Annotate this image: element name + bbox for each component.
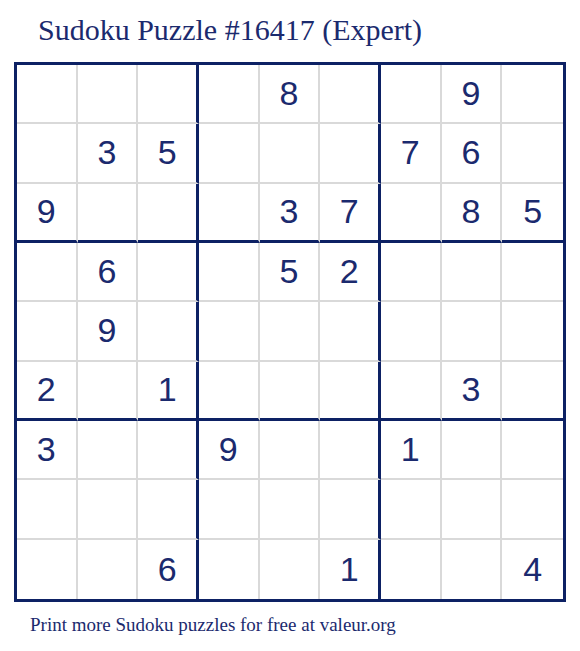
sudoku-cell-r6c9[interactable] — [502, 362, 563, 421]
sudoku-cell-r6c7[interactable] — [381, 362, 442, 421]
sudoku-cell-r9c5[interactable] — [260, 540, 321, 599]
sudoku-cell-r1c7[interactable] — [381, 65, 442, 124]
sudoku-cell-r5c6[interactable] — [320, 302, 381, 361]
sudoku-cell-r2c3[interactable]: 5 — [138, 124, 199, 183]
sudoku-cell-r8c6[interactable] — [320, 480, 381, 539]
sudoku-cell-r3c4[interactable] — [199, 184, 260, 243]
sudoku-cell-r4c4[interactable] — [199, 243, 260, 302]
sudoku-grid: 893576937856529213391614 — [14, 62, 566, 602]
sudoku-cell-r3c5[interactable]: 3 — [260, 184, 321, 243]
sudoku-cell-r6c4[interactable] — [199, 362, 260, 421]
sudoku-cell-r5c8[interactable] — [442, 302, 503, 361]
sudoku-cell-r6c1[interactable]: 2 — [17, 362, 78, 421]
sudoku-cell-r9c9[interactable]: 4 — [502, 540, 563, 599]
sudoku-cell-r8c5[interactable] — [260, 480, 321, 539]
sudoku-cell-r3c9[interactable]: 5 — [502, 184, 563, 243]
sudoku-cell-r1c4[interactable] — [199, 65, 260, 124]
sudoku-cell-r4c2[interactable]: 6 — [78, 243, 139, 302]
sudoku-cell-r5c5[interactable] — [260, 302, 321, 361]
sudoku-cell-r1c8[interactable]: 9 — [442, 65, 503, 124]
footer-text: Print more Sudoku puzzles for free at va… — [30, 614, 396, 636]
sudoku-cell-r9c7[interactable] — [381, 540, 442, 599]
sudoku-cell-r2c4[interactable] — [199, 124, 260, 183]
sudoku-page: Sudoku Puzzle #16417 (Expert) 8935769378… — [0, 0, 580, 651]
sudoku-cell-r8c8[interactable] — [442, 480, 503, 539]
sudoku-cell-r3c6[interactable]: 7 — [320, 184, 381, 243]
sudoku-cell-r6c3[interactable]: 1 — [138, 362, 199, 421]
sudoku-cell-r4c5[interactable]: 5 — [260, 243, 321, 302]
sudoku-cell-r4c7[interactable] — [381, 243, 442, 302]
sudoku-cell-r7c6[interactable] — [320, 421, 381, 480]
sudoku-cell-r1c2[interactable] — [78, 65, 139, 124]
sudoku-cell-r5c7[interactable] — [381, 302, 442, 361]
sudoku-cell-r9c6[interactable]: 1 — [320, 540, 381, 599]
sudoku-cell-r1c1[interactable] — [17, 65, 78, 124]
sudoku-cell-r2c9[interactable] — [502, 124, 563, 183]
sudoku-cell-r9c3[interactable]: 6 — [138, 540, 199, 599]
sudoku-cell-r8c4[interactable] — [199, 480, 260, 539]
sudoku-cell-r6c6[interactable] — [320, 362, 381, 421]
sudoku-cell-r3c2[interactable] — [78, 184, 139, 243]
sudoku-cell-r7c3[interactable] — [138, 421, 199, 480]
sudoku-cell-r8c7[interactable] — [381, 480, 442, 539]
page-title: Sudoku Puzzle #16417 (Expert) — [38, 13, 422, 47]
sudoku-cell-r4c9[interactable] — [502, 243, 563, 302]
sudoku-cell-r5c4[interactable] — [199, 302, 260, 361]
sudoku-cell-r2c1[interactable] — [17, 124, 78, 183]
sudoku-cell-r8c1[interactable] — [17, 480, 78, 539]
sudoku-cell-r5c2[interactable]: 9 — [78, 302, 139, 361]
sudoku-cell-r1c5[interactable]: 8 — [260, 65, 321, 124]
sudoku-cell-r7c2[interactable] — [78, 421, 139, 480]
sudoku-cell-r1c9[interactable] — [502, 65, 563, 124]
sudoku-cell-r1c6[interactable] — [320, 65, 381, 124]
sudoku-cell-r8c3[interactable] — [138, 480, 199, 539]
sudoku-cell-r7c9[interactable] — [502, 421, 563, 480]
sudoku-cell-r2c7[interactable]: 7 — [381, 124, 442, 183]
sudoku-cell-r6c2[interactable] — [78, 362, 139, 421]
sudoku-cell-r6c5[interactable] — [260, 362, 321, 421]
sudoku-cell-r4c6[interactable]: 2 — [320, 243, 381, 302]
sudoku-cell-r3c8[interactable]: 8 — [442, 184, 503, 243]
sudoku-cell-r2c6[interactable] — [320, 124, 381, 183]
sudoku-cell-r7c7[interactable]: 1 — [381, 421, 442, 480]
sudoku-cell-r9c1[interactable] — [17, 540, 78, 599]
sudoku-cell-r4c3[interactable] — [138, 243, 199, 302]
sudoku-cell-r5c3[interactable] — [138, 302, 199, 361]
sudoku-cell-r2c2[interactable]: 3 — [78, 124, 139, 183]
sudoku-cell-r7c8[interactable] — [442, 421, 503, 480]
sudoku-cell-r6c8[interactable]: 3 — [442, 362, 503, 421]
sudoku-cell-r3c1[interactable]: 9 — [17, 184, 78, 243]
sudoku-cell-r2c5[interactable] — [260, 124, 321, 183]
sudoku-cell-r9c2[interactable] — [78, 540, 139, 599]
sudoku-cell-r4c1[interactable] — [17, 243, 78, 302]
sudoku-cell-r9c4[interactable] — [199, 540, 260, 599]
sudoku-cell-r3c7[interactable] — [381, 184, 442, 243]
sudoku-cell-r8c9[interactable] — [502, 480, 563, 539]
sudoku-cell-r7c4[interactable]: 9 — [199, 421, 260, 480]
sudoku-cell-r7c5[interactable] — [260, 421, 321, 480]
sudoku-cell-r7c1[interactable]: 3 — [17, 421, 78, 480]
sudoku-cell-r1c3[interactable] — [138, 65, 199, 124]
sudoku-cell-r8c2[interactable] — [78, 480, 139, 539]
sudoku-cell-r3c3[interactable] — [138, 184, 199, 243]
sudoku-cell-r5c1[interactable] — [17, 302, 78, 361]
sudoku-cell-r4c8[interactable] — [442, 243, 503, 302]
sudoku-cell-r5c9[interactable] — [502, 302, 563, 361]
sudoku-cell-r9c8[interactable] — [442, 540, 503, 599]
sudoku-cell-r2c8[interactable]: 6 — [442, 124, 503, 183]
